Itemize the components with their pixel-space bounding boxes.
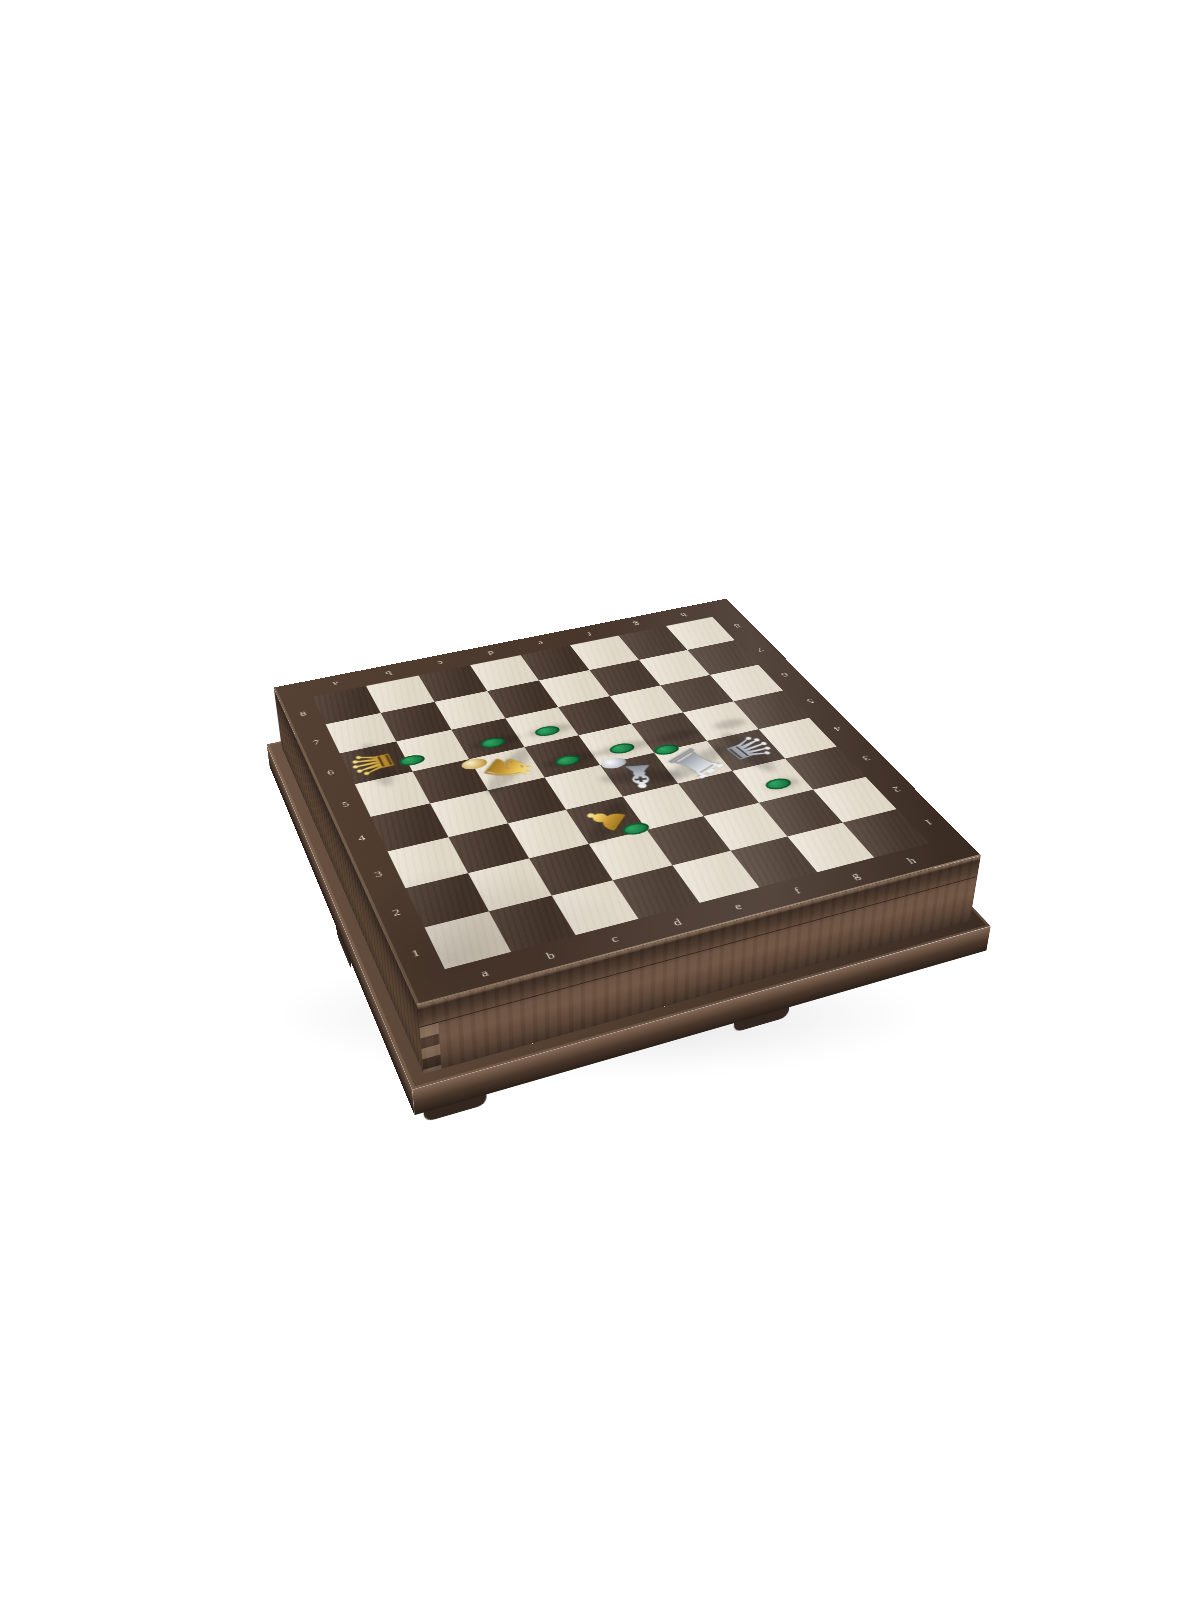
rank-label-2-left: 2 [390,906,402,918]
file-label-g-front: g [848,870,863,882]
rank-label-2-right: 2 [889,784,903,794]
chess-box-lid: ♛♜♝♚♞♟♚♝♜♞♟♛♟ aabbccddeeffgghh1122334455… [274,599,981,1006]
file-label-e-front: e [731,900,745,912]
rank-label-3-left: 3 [372,868,384,880]
file-label-a-back: a [331,680,340,688]
file-label-c-front: c [608,932,621,945]
file-label-b-front: b [544,949,558,962]
rank-label-4-left: 4 [356,832,367,843]
rank-label-5-left: 5 [340,799,351,809]
file-label-e-back: e [535,639,545,646]
file-label-c-back: c [435,659,444,667]
box-foot [424,1094,487,1122]
file-label-d-back: d [485,649,495,657]
rank-label-1-left: 1 [409,946,422,959]
file-label-b-back: b [383,669,393,677]
rank-label-3-right: 3 [859,753,873,763]
file-label-a-front: a [478,966,491,980]
file-label-g-back: g [631,620,642,627]
file-label-f-front: f [791,885,804,896]
rank-label-5-right: 5 [804,697,817,706]
file-label-h-front: h [904,855,919,866]
rank-label-8-right: 8 [731,622,742,629]
file-label-d-front: d [670,916,684,929]
rank-label-7-right: 7 [754,646,766,654]
rank-label-1-right: 1 [921,817,936,828]
rank-label-6-left: 6 [325,767,335,777]
rank-label-6-right: 6 [778,670,790,678]
file-label-h-back: h [678,611,689,618]
product-photo-stage: ♛♜♝♚♞♟♚♝♜♞♟♛♟ aabbccddeeffgghh1122334455… [0,0,1200,1600]
file-label-f-back: f [584,630,593,637]
rank-label-7-left: 7 [311,737,321,746]
rank-label-4-right: 4 [831,724,844,733]
rank-label-8-left: 8 [298,709,308,718]
